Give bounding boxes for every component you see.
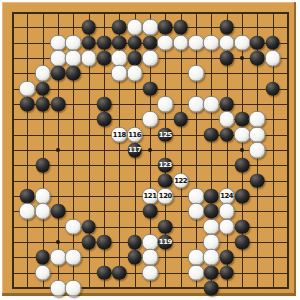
black-stone <box>173 20 188 35</box>
move-number-label: 119 <box>159 239 172 246</box>
black-stone <box>235 158 250 173</box>
move-number-label: 123 <box>159 162 172 169</box>
white-stone <box>65 218 82 235</box>
white-stone <box>188 188 205 205</box>
white-stone <box>234 126 251 143</box>
black-stone <box>51 204 66 219</box>
white-stone <box>234 34 251 51</box>
white-stone-move-122: 122 <box>172 172 189 189</box>
star-point <box>240 56 244 60</box>
white-stone <box>142 111 159 128</box>
black-stone-move-123: 123 <box>158 158 173 173</box>
move-number-label: 125 <box>159 131 172 138</box>
black-stone <box>81 35 96 50</box>
black-stone <box>235 219 250 234</box>
grid-line-vertical <box>287 12 289 289</box>
black-stone <box>235 112 250 127</box>
white-stone <box>142 234 159 251</box>
black-stone <box>127 35 142 50</box>
grid-line-vertical <box>196 12 197 289</box>
white-stone <box>65 280 82 297</box>
white-stone <box>157 96 174 113</box>
black-stone <box>158 173 173 188</box>
white-stone <box>203 249 220 266</box>
white-stone <box>19 203 36 220</box>
white-stone <box>188 96 205 113</box>
black-stone <box>35 97 50 112</box>
white-stone <box>157 34 174 51</box>
white-stone <box>34 203 51 220</box>
black-stone <box>127 235 142 250</box>
white-stone <box>218 218 235 235</box>
black-stone <box>219 51 234 66</box>
white-stone <box>111 50 128 67</box>
black-stone <box>35 250 50 265</box>
black-stone <box>219 250 234 265</box>
white-stone <box>126 19 143 36</box>
black-stone <box>143 204 158 219</box>
black-stone <box>173 112 188 127</box>
black-stone-move-117: 117 <box>127 143 142 158</box>
black-stone <box>204 281 219 296</box>
white-stone <box>126 65 143 82</box>
black-stone <box>97 35 112 50</box>
white-stone <box>142 50 159 67</box>
white-stone-move-120: 120 <box>157 188 174 205</box>
white-stone <box>142 264 159 281</box>
black-stone <box>112 265 127 280</box>
move-number-label: 118 <box>113 131 126 138</box>
black-stone <box>265 81 280 96</box>
white-stone <box>188 264 205 281</box>
black-stone <box>112 35 127 50</box>
black-stone <box>97 112 112 127</box>
black-stone <box>51 97 66 112</box>
black-stone <box>235 235 250 250</box>
grid-line-vertical <box>181 12 182 289</box>
white-stone <box>80 50 97 67</box>
white-stone <box>65 50 82 67</box>
white-stone <box>249 126 266 143</box>
black-stone <box>81 235 96 250</box>
star-point <box>148 148 152 152</box>
grid-line-horizontal <box>12 181 289 182</box>
black-stone-move-119: 119 <box>158 235 173 250</box>
go-board[interactable]: 118116125117123122121120124119 <box>2 2 296 296</box>
black-stone <box>143 35 158 50</box>
black-stone <box>20 97 35 112</box>
white-stone <box>50 249 67 266</box>
white-stone-move-121: 121 <box>142 188 159 205</box>
black-stone <box>158 20 173 35</box>
black-stone-move-125: 125 <box>158 127 173 142</box>
white-stone <box>203 34 220 51</box>
black-stone <box>97 51 112 66</box>
black-stone <box>81 20 96 35</box>
white-stone <box>65 34 82 51</box>
white-stone-move-116: 116 <box>126 126 143 143</box>
white-stone <box>249 142 266 159</box>
black-stone <box>158 219 173 234</box>
black-stone <box>35 158 50 173</box>
black-stone <box>204 204 219 219</box>
black-stone <box>127 51 142 66</box>
white-stone <box>34 65 51 82</box>
white-stone-move-118: 118 <box>111 126 128 143</box>
move-number-label: 116 <box>128 131 141 138</box>
white-stone <box>249 111 266 128</box>
white-stone <box>50 280 67 297</box>
black-stone <box>66 66 81 81</box>
black-stone <box>265 35 280 50</box>
white-stone <box>50 50 67 67</box>
white-stone <box>218 203 235 220</box>
white-stone <box>111 65 128 82</box>
move-number-label: 122 <box>174 177 187 184</box>
move-number-label: 124 <box>220 193 233 200</box>
black-stone <box>204 127 219 142</box>
black-stone <box>235 189 250 204</box>
black-stone <box>219 127 234 142</box>
black-stone <box>204 265 219 280</box>
move-number-label: 120 <box>159 193 172 200</box>
black-stone <box>81 219 96 234</box>
star-point <box>240 148 244 152</box>
white-stone-move-124: 124 <box>218 188 235 205</box>
white-stone <box>203 234 220 251</box>
star-point <box>56 148 60 152</box>
black-stone <box>20 189 35 204</box>
white-stone <box>172 34 189 51</box>
black-stone <box>51 66 66 81</box>
black-stone <box>112 20 127 35</box>
white-stone <box>34 188 51 205</box>
black-stone <box>127 250 142 265</box>
white-stone <box>19 80 36 97</box>
go-app-window: 118116125117123122121120124119 <box>0 0 300 300</box>
black-stone <box>219 265 234 280</box>
star-point <box>56 240 60 244</box>
black-stone <box>143 81 158 96</box>
black-stone <box>219 97 234 112</box>
white-stone <box>50 34 67 51</box>
black-stone <box>204 189 219 204</box>
white-stone <box>142 249 159 266</box>
black-stone <box>250 51 265 66</box>
black-stone <box>219 20 234 35</box>
black-stone <box>97 265 112 280</box>
white-stone <box>203 218 220 235</box>
move-number-label: 117 <box>128 147 141 154</box>
white-stone <box>264 50 281 67</box>
white-stone <box>188 65 205 82</box>
white-stone <box>218 111 235 128</box>
black-stone <box>97 97 112 112</box>
white-stone <box>203 96 220 113</box>
white-stone <box>188 249 205 266</box>
black-stone <box>97 235 112 250</box>
black-stone <box>250 35 265 50</box>
white-stone <box>65 249 82 266</box>
white-stone <box>34 264 51 281</box>
white-stone <box>188 34 205 51</box>
move-number-label: 121 <box>143 193 156 200</box>
black-stone <box>35 81 50 96</box>
white-stone <box>188 203 205 220</box>
black-stone <box>250 173 265 188</box>
white-stone <box>218 34 235 51</box>
white-stone <box>142 19 159 36</box>
